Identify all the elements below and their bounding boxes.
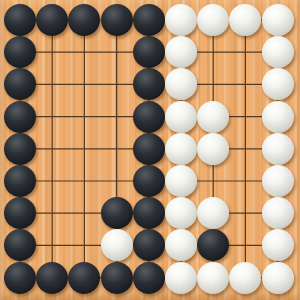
stone-white[interactable] bbox=[262, 36, 294, 68]
stone-white[interactable] bbox=[262, 165, 294, 197]
stone-black[interactable] bbox=[101, 197, 133, 229]
stone-white[interactable] bbox=[197, 262, 229, 294]
stone-white[interactable] bbox=[165, 36, 197, 68]
stone-white[interactable] bbox=[165, 133, 197, 165]
stone-black[interactable] bbox=[4, 197, 36, 229]
stone-white[interactable] bbox=[165, 229, 197, 261]
stone-black[interactable] bbox=[133, 101, 165, 133]
stone-white[interactable] bbox=[165, 4, 197, 36]
stone-white[interactable] bbox=[165, 197, 197, 229]
stone-white[interactable] bbox=[262, 262, 294, 294]
stone-black[interactable] bbox=[4, 4, 36, 36]
go-board[interactable] bbox=[0, 0, 300, 300]
stone-white[interactable] bbox=[165, 68, 197, 100]
stone-white[interactable] bbox=[197, 4, 229, 36]
stone-black[interactable] bbox=[133, 262, 165, 294]
stone-black[interactable] bbox=[4, 68, 36, 100]
stone-black[interactable] bbox=[133, 133, 165, 165]
stone-black[interactable] bbox=[101, 262, 133, 294]
stone-white[interactable] bbox=[165, 101, 197, 133]
stone-black[interactable] bbox=[133, 197, 165, 229]
stone-white[interactable] bbox=[197, 133, 229, 165]
stone-black[interactable] bbox=[4, 101, 36, 133]
stone-black[interactable] bbox=[4, 229, 36, 261]
stone-black[interactable] bbox=[4, 36, 36, 68]
stone-black[interactable] bbox=[4, 133, 36, 165]
stone-black[interactable] bbox=[197, 229, 229, 261]
stone-white[interactable] bbox=[101, 229, 133, 261]
stone-black[interactable] bbox=[68, 4, 100, 36]
stone-black[interactable] bbox=[133, 165, 165, 197]
stone-black[interactable] bbox=[4, 165, 36, 197]
stone-white[interactable] bbox=[197, 197, 229, 229]
stone-white[interactable] bbox=[262, 68, 294, 100]
stone-black[interactable] bbox=[133, 36, 165, 68]
stone-black[interactable] bbox=[133, 229, 165, 261]
stone-white[interactable] bbox=[262, 229, 294, 261]
stone-white[interactable] bbox=[229, 262, 261, 294]
stone-white[interactable] bbox=[262, 133, 294, 165]
stone-white[interactable] bbox=[229, 4, 261, 36]
stone-white[interactable] bbox=[165, 262, 197, 294]
stone-white[interactable] bbox=[262, 197, 294, 229]
stone-black[interactable] bbox=[68, 262, 100, 294]
stones-layer bbox=[0, 0, 300, 300]
stone-white[interactable] bbox=[197, 101, 229, 133]
stone-white[interactable] bbox=[262, 4, 294, 36]
stone-black[interactable] bbox=[133, 4, 165, 36]
stone-black[interactable] bbox=[133, 68, 165, 100]
stone-white[interactable] bbox=[262, 101, 294, 133]
stone-black[interactable] bbox=[36, 4, 68, 36]
stone-white[interactable] bbox=[165, 165, 197, 197]
stone-black[interactable] bbox=[36, 262, 68, 294]
stone-black[interactable] bbox=[101, 4, 133, 36]
stone-black[interactable] bbox=[4, 262, 36, 294]
